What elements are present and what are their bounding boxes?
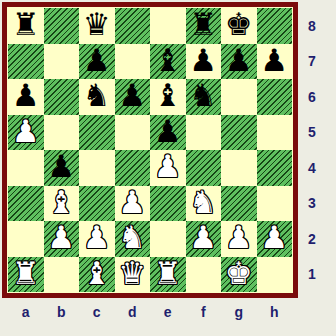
piece-white-pawn[interactable]: ♟ <box>260 221 288 256</box>
square-b3[interactable]: ♝ <box>44 186 80 222</box>
square-a6[interactable]: ♟ <box>8 79 44 115</box>
square-e3[interactable] <box>150 186 186 222</box>
square-h7[interactable]: ♟ <box>257 44 293 80</box>
piece-white-rook[interactable]: ♜ <box>12 257 40 292</box>
file-label-e: e <box>150 298 186 326</box>
piece-black-king[interactable]: ♚ <box>225 8 253 43</box>
square-d3[interactable]: ♟ <box>115 186 151 222</box>
file-label-a: a <box>8 298 44 326</box>
square-c2[interactable]: ♟ <box>79 221 115 257</box>
rank-labels: 87654321 <box>300 8 324 292</box>
square-a3[interactable] <box>8 186 44 222</box>
square-c3[interactable] <box>79 186 115 222</box>
square-b1[interactable] <box>44 257 80 293</box>
square-a5[interactable]: ♟ <box>8 115 44 151</box>
square-b4[interactable]: ♟ <box>44 150 80 186</box>
square-b7[interactable] <box>44 44 80 80</box>
piece-black-rook[interactable]: ♜ <box>12 8 40 43</box>
piece-black-pawn[interactable]: ♟ <box>47 150 75 185</box>
square-b8[interactable] <box>44 8 80 44</box>
piece-white-pawn[interactable]: ♟ <box>118 186 146 221</box>
square-g2[interactable]: ♟ <box>221 221 257 257</box>
piece-white-bishop[interactable]: ♝ <box>83 257 111 292</box>
square-c8[interactable]: ♛ <box>79 8 115 44</box>
square-e6[interactable]: ♝ <box>150 79 186 115</box>
square-c1[interactable]: ♝ <box>79 257 115 293</box>
piece-black-pawn[interactable]: ♟ <box>83 44 111 79</box>
square-b2[interactable]: ♟ <box>44 221 80 257</box>
square-e1[interactable]: ♜ <box>150 257 186 293</box>
piece-black-bishop[interactable]: ♝ <box>154 44 182 79</box>
square-a4[interactable] <box>8 150 44 186</box>
piece-white-pawn[interactable]: ♟ <box>12 115 40 150</box>
piece-black-rook[interactable]: ♜ <box>189 8 217 43</box>
file-labels: abcdefgh <box>8 298 292 326</box>
piece-black-pawn[interactable]: ♟ <box>12 79 40 114</box>
piece-black-pawn[interactable]: ♟ <box>189 44 217 79</box>
piece-black-queen[interactable]: ♛ <box>83 8 111 43</box>
square-d8[interactable] <box>115 8 151 44</box>
piece-white-knight[interactable]: ♞ <box>189 186 217 221</box>
square-h1[interactable] <box>257 257 293 293</box>
rank-label-6: 6 <box>300 79 324 115</box>
square-g8[interactable]: ♚ <box>221 8 257 44</box>
piece-white-queen[interactable]: ♛ <box>118 257 146 292</box>
square-b6[interactable] <box>44 79 80 115</box>
square-c7[interactable]: ♟ <box>79 44 115 80</box>
square-f8[interactable]: ♜ <box>186 8 222 44</box>
square-d5[interactable] <box>115 115 151 151</box>
square-a7[interactable] <box>8 44 44 80</box>
piece-white-bishop[interactable]: ♝ <box>47 186 75 221</box>
square-h5[interactable] <box>257 115 293 151</box>
square-g1[interactable]: ♚ <box>221 257 257 293</box>
square-e2[interactable] <box>150 221 186 257</box>
square-h8[interactable] <box>257 8 293 44</box>
rank-label-5: 5 <box>300 115 324 151</box>
square-g4[interactable] <box>221 150 257 186</box>
piece-black-pawn[interactable]: ♟ <box>118 79 146 114</box>
square-h6[interactable] <box>257 79 293 115</box>
square-g5[interactable] <box>221 115 257 151</box>
piece-white-pawn[interactable]: ♟ <box>83 221 111 256</box>
piece-black-pawn[interactable]: ♟ <box>225 44 253 79</box>
rank-label-2: 2 <box>300 221 324 257</box>
rank-label-3: 3 <box>300 186 324 222</box>
piece-white-pawn[interactable]: ♟ <box>225 221 253 256</box>
piece-black-bishop[interactable]: ♝ <box>154 79 182 114</box>
square-c6[interactable]: ♞ <box>79 79 115 115</box>
square-d6[interactable]: ♟ <box>115 79 151 115</box>
piece-black-pawn[interactable]: ♟ <box>154 115 182 150</box>
square-e5[interactable]: ♟ <box>150 115 186 151</box>
rank-label-8: 8 <box>300 8 324 44</box>
piece-black-knight[interactable]: ♞ <box>83 79 111 114</box>
square-f5[interactable] <box>186 115 222 151</box>
square-d2[interactable]: ♞ <box>115 221 151 257</box>
square-f3[interactable]: ♞ <box>186 186 222 222</box>
square-b5[interactable] <box>44 115 80 151</box>
square-a8[interactable]: ♜ <box>8 8 44 44</box>
piece-white-knight[interactable]: ♞ <box>118 221 146 256</box>
file-label-d: d <box>115 298 151 326</box>
square-c5[interactable] <box>79 115 115 151</box>
piece-white-king[interactable]: ♚ <box>225 257 253 292</box>
piece-white-pawn[interactable]: ♟ <box>47 221 75 256</box>
square-h4[interactable] <box>257 150 293 186</box>
board-frame: ♜♛♜♚♟♝♟♟♟♟♞♟♝♞♟♟♟♟♝♟♞♟♟♞♟♟♟♜♝♛♜♚ <box>2 2 298 298</box>
square-c4[interactable] <box>79 150 115 186</box>
square-h3[interactable] <box>257 186 293 222</box>
piece-black-pawn[interactable]: ♟ <box>260 44 288 79</box>
square-h2[interactable]: ♟ <box>257 221 293 257</box>
rank-label-7: 7 <box>300 44 324 80</box>
file-label-c: c <box>79 298 115 326</box>
square-e4[interactable]: ♟ <box>150 150 186 186</box>
square-g7[interactable]: ♟ <box>221 44 257 80</box>
square-d4[interactable] <box>115 150 151 186</box>
piece-white-pawn[interactable]: ♟ <box>189 221 217 256</box>
square-a1[interactable]: ♜ <box>8 257 44 293</box>
square-f4[interactable] <box>186 150 222 186</box>
board-grid: ♜♛♜♚♟♝♟♟♟♟♞♟♝♞♟♟♟♟♝♟♞♟♟♞♟♟♟♜♝♛♜♚ <box>8 8 292 292</box>
file-label-g: g <box>221 298 257 326</box>
square-f2[interactable]: ♟ <box>186 221 222 257</box>
square-e8[interactable] <box>150 8 186 44</box>
file-label-h: h <box>257 298 293 326</box>
rank-label-1: 1 <box>300 257 324 293</box>
file-label-b: b <box>44 298 80 326</box>
square-f6[interactable]: ♞ <box>186 79 222 115</box>
piece-black-knight[interactable]: ♞ <box>189 79 217 114</box>
square-f7[interactable]: ♟ <box>186 44 222 80</box>
piece-white-pawn[interactable]: ♟ <box>154 150 182 185</box>
square-d1[interactable]: ♛ <box>115 257 151 293</box>
square-e7[interactable]: ♝ <box>150 44 186 80</box>
square-f1[interactable] <box>186 257 222 293</box>
square-g3[interactable] <box>221 186 257 222</box>
chess-diagram: ♜♛♜♚♟♝♟♟♟♟♞♟♝♞♟♟♟♟♝♟♞♟♟♞♟♟♟♜♝♛♜♚ 8765432… <box>0 0 336 336</box>
file-label-f: f <box>186 298 222 326</box>
rank-label-4: 4 <box>300 150 324 186</box>
square-a2[interactable] <box>8 221 44 257</box>
square-g6[interactable] <box>221 79 257 115</box>
square-d7[interactable] <box>115 44 151 80</box>
piece-white-rook[interactable]: ♜ <box>154 257 182 292</box>
